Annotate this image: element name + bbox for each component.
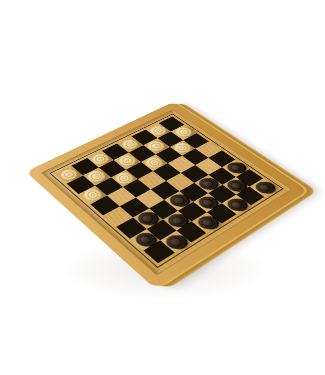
board-grid: ⛀⛀⛀⛀⛀⛀⛀⛀⛀⛀⛀⛀⛂⛂⛂⛂⛂⛂⛂⛂⛂⛂⛂⛂	[55, 117, 278, 264]
board-surface: ⛀⛀⛀⛀⛀⛀⛀⛀⛀⛀⛀⛀⛂⛂⛂⛂⛂⛂⛂⛂⛂⛂⛂⛂	[41, 109, 292, 275]
board-3d-scene: ⛀⛀⛀⛀⛀⛀⛀⛀⛀⛀⛀⛀⛂⛂⛂⛂⛂⛂⛂⛂⛂⛂⛂⛂	[62, 77, 271, 286]
